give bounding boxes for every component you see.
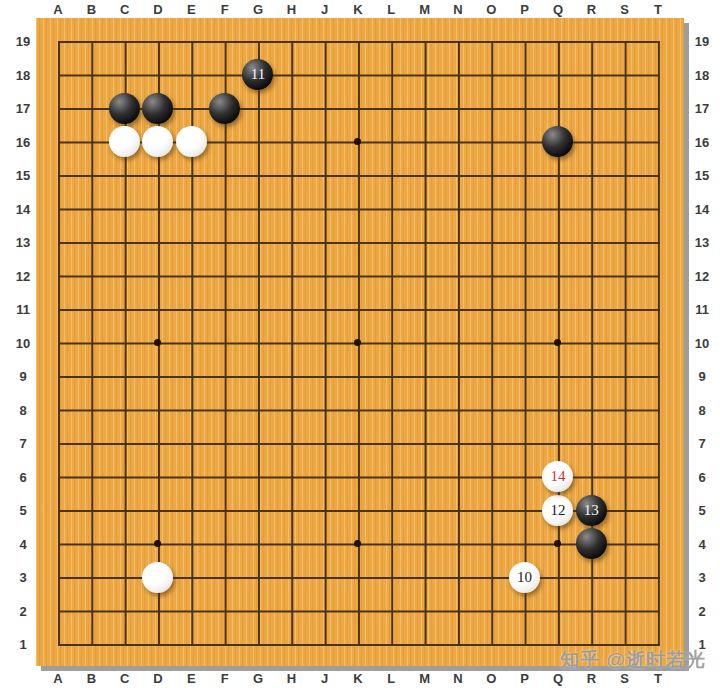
column-label-bottom-P: P bbox=[520, 671, 529, 686]
row-label-left-14: 14 bbox=[16, 201, 30, 216]
column-label-bottom-M: M bbox=[419, 671, 430, 686]
row-label-right-6: 6 bbox=[698, 469, 705, 484]
stone-black-R5: 13 bbox=[576, 495, 607, 526]
row-label-right-11: 11 bbox=[695, 302, 709, 317]
column-label-bottom-F: F bbox=[221, 671, 229, 686]
row-label-right-18: 18 bbox=[695, 67, 709, 82]
watermark: 知乎 @逝时若光 bbox=[560, 647, 706, 673]
column-label-top-H: H bbox=[287, 2, 296, 17]
column-label-top-G: G bbox=[253, 2, 263, 17]
row-label-right-13: 13 bbox=[695, 235, 709, 250]
column-label-top-Q: Q bbox=[553, 2, 563, 17]
column-label-top-N: N bbox=[453, 2, 462, 17]
column-label-bottom-D: D bbox=[153, 671, 162, 686]
star-point-K16 bbox=[354, 138, 361, 145]
column-label-bottom-O: O bbox=[486, 671, 496, 686]
column-label-bottom-J: J bbox=[321, 671, 328, 686]
row-label-right-3: 3 bbox=[698, 570, 705, 585]
move-number-label: 14 bbox=[550, 469, 565, 484]
row-label-left-17: 17 bbox=[16, 101, 30, 116]
column-label-top-S: S bbox=[620, 2, 629, 17]
stone-white-D16 bbox=[142, 126, 173, 157]
stone-white-P3: 10 bbox=[509, 562, 540, 593]
row-label-right-8: 8 bbox=[698, 402, 705, 417]
column-label-bottom-C: C bbox=[120, 671, 129, 686]
row-label-right-14: 14 bbox=[695, 201, 709, 216]
row-label-left-1: 1 bbox=[19, 637, 26, 652]
row-label-right-5: 5 bbox=[698, 503, 705, 518]
column-label-top-E: E bbox=[187, 2, 196, 17]
column-label-top-C: C bbox=[120, 2, 129, 17]
column-label-bottom-G: G bbox=[253, 671, 263, 686]
intersection-grid: 1113101214 bbox=[41, 24, 674, 661]
stone-white-Q5: 12 bbox=[542, 495, 573, 526]
row-label-left-16: 16 bbox=[16, 134, 30, 149]
row-label-left-13: 13 bbox=[16, 235, 30, 250]
row-label-left-6: 6 bbox=[19, 469, 26, 484]
column-label-top-M: M bbox=[419, 2, 430, 17]
move-number-label: 10 bbox=[517, 570, 532, 585]
column-label-bottom-K: K bbox=[353, 671, 362, 686]
row-label-left-15: 15 bbox=[16, 168, 30, 183]
row-label-left-18: 18 bbox=[16, 67, 30, 82]
move-number-label: 13 bbox=[584, 503, 599, 518]
row-label-left-3: 3 bbox=[19, 570, 26, 585]
row-label-right-10: 10 bbox=[695, 335, 709, 350]
row-label-left-5: 5 bbox=[19, 503, 26, 518]
column-label-top-J: J bbox=[321, 2, 328, 17]
stone-white-Q6: 14 bbox=[542, 461, 573, 492]
stone-black-D17 bbox=[142, 93, 173, 124]
stone-black-R4 bbox=[576, 528, 607, 559]
go-board: 1113101214 bbox=[36, 18, 684, 666]
column-label-top-F: F bbox=[221, 2, 229, 17]
column-label-bottom-E: E bbox=[187, 671, 196, 686]
row-label-right-9: 9 bbox=[698, 369, 705, 384]
row-label-right-19: 19 bbox=[695, 34, 709, 49]
column-label-top-D: D bbox=[153, 2, 162, 17]
column-label-bottom-L: L bbox=[387, 671, 395, 686]
column-label-top-K: K bbox=[353, 2, 362, 17]
go-diagram: 1113101214 AABBCCDDEEFFGGHHJJKKLLMMNNOOP… bbox=[0, 0, 720, 688]
column-label-top-P: P bbox=[520, 2, 529, 17]
column-label-bottom-B: B bbox=[87, 671, 96, 686]
stone-black-F17 bbox=[209, 93, 240, 124]
column-label-top-R: R bbox=[587, 2, 596, 17]
star-point-Q10 bbox=[554, 339, 561, 346]
star-point-D4 bbox=[154, 540, 161, 547]
row-label-left-19: 19 bbox=[16, 34, 30, 49]
column-label-top-O: O bbox=[486, 2, 496, 17]
row-label-right-4: 4 bbox=[698, 536, 705, 551]
row-label-right-16: 16 bbox=[695, 134, 709, 149]
column-label-bottom-A: A bbox=[53, 671, 62, 686]
row-label-right-12: 12 bbox=[695, 268, 709, 283]
stone-black-G18: 11 bbox=[242, 59, 273, 90]
row-label-left-4: 4 bbox=[19, 536, 26, 551]
column-label-bottom-N: N bbox=[453, 671, 462, 686]
column-label-top-L: L bbox=[387, 2, 395, 17]
star-point-K4 bbox=[354, 540, 361, 547]
stone-black-Q16 bbox=[542, 126, 573, 157]
move-number-label: 11 bbox=[251, 67, 265, 82]
column-label-top-A: A bbox=[53, 2, 62, 17]
column-label-top-T: T bbox=[654, 2, 662, 17]
stone-white-D3 bbox=[142, 562, 173, 593]
stone-black-C17 bbox=[109, 93, 140, 124]
row-label-left-9: 9 bbox=[19, 369, 26, 384]
star-point-K10 bbox=[354, 339, 361, 346]
row-label-right-15: 15 bbox=[695, 168, 709, 183]
row-label-left-12: 12 bbox=[16, 268, 30, 283]
row-label-left-10: 10 bbox=[16, 335, 30, 350]
column-label-bottom-H: H bbox=[287, 671, 296, 686]
row-label-right-17: 17 bbox=[695, 101, 709, 116]
row-label-right-2: 2 bbox=[698, 603, 705, 618]
star-point-Q4 bbox=[554, 540, 561, 547]
stone-white-C16 bbox=[109, 126, 140, 157]
row-label-left-2: 2 bbox=[19, 603, 26, 618]
star-point-D10 bbox=[154, 339, 161, 346]
row-label-left-8: 8 bbox=[19, 402, 26, 417]
row-label-left-7: 7 bbox=[19, 436, 26, 451]
move-number-label: 12 bbox=[550, 503, 565, 518]
row-label-left-11: 11 bbox=[16, 302, 30, 317]
stone-white-E16 bbox=[176, 126, 207, 157]
row-label-right-7: 7 bbox=[698, 436, 705, 451]
column-label-top-B: B bbox=[87, 2, 96, 17]
